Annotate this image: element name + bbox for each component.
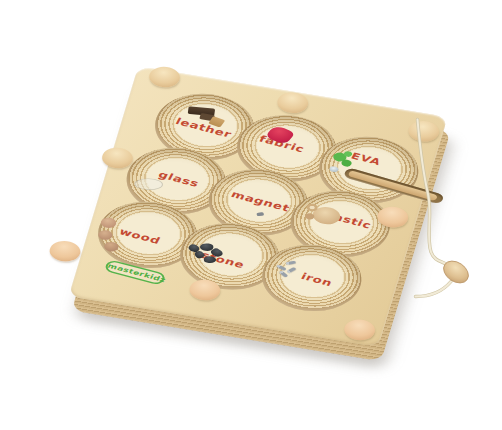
- wooden-bead: [439, 257, 472, 288]
- well-label-magnet: magnet: [229, 189, 291, 214]
- iron-screw: [285, 261, 296, 265]
- stone-pebble: [204, 256, 216, 263]
- magnet-piece: [256, 212, 264, 216]
- glass-piece: [134, 178, 163, 190]
- well-label-glass: glass: [157, 169, 202, 189]
- iron-screw: [276, 264, 286, 270]
- iron-screw: [286, 267, 296, 273]
- well-label-wood: wood: [117, 226, 162, 246]
- well-label-iron: iron: [299, 271, 334, 288]
- wood-bead: [102, 240, 120, 252]
- product-photo-scene: leather fabric EVA: [0, 0, 502, 430]
- wood-bead: [96, 229, 114, 241]
- well-label-eva: EVA: [349, 150, 383, 167]
